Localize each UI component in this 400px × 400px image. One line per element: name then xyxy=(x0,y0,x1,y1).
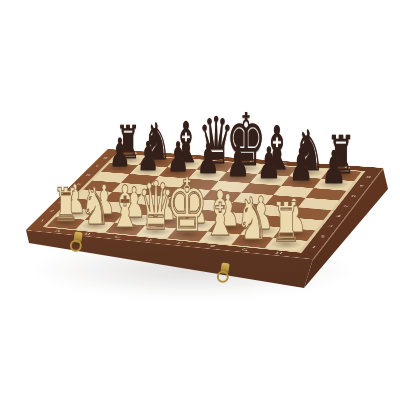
coordinate-label: A xyxy=(131,152,139,155)
chess-set-photo: AA88BB77CC66DD55EE44FF33GG22HH11 ♜♞♝♛♚♟♝… xyxy=(0,0,400,400)
coordinate-label: G xyxy=(241,248,250,251)
coordinate-label: A xyxy=(54,229,62,232)
coordinate-label: 7 xyxy=(358,185,364,188)
coordinate-label: H xyxy=(343,166,351,169)
coordinate-label: 1 xyxy=(311,246,318,249)
square-h1 xyxy=(265,238,307,252)
coordinate-label: E xyxy=(249,160,256,163)
coordinate-label: D xyxy=(218,158,226,161)
coordinate-label: H xyxy=(275,251,284,254)
coordinate-label: D xyxy=(144,238,152,241)
coordinate-label: 5 xyxy=(342,205,349,208)
coordinate-label: C xyxy=(189,156,196,159)
coordinate-label: F xyxy=(209,245,216,248)
coordinate-label: 3 xyxy=(327,225,334,228)
coordinate-label: 6 xyxy=(350,195,357,198)
coordinate-label: 4 xyxy=(335,215,342,218)
coordinate-label: 1 xyxy=(39,219,45,222)
coordinate-label: E xyxy=(176,242,184,245)
coordinate-label: 8 xyxy=(102,157,108,160)
board-squares xyxy=(46,155,361,252)
coordinate-label: 3 xyxy=(58,201,64,204)
coordinate-label: B xyxy=(160,153,167,156)
coordinate-label: 2 xyxy=(319,235,326,238)
coordinate-label: 6 xyxy=(85,174,91,177)
coordinate-label: C xyxy=(114,235,122,238)
coordinate-label: B xyxy=(84,232,92,235)
brass-clasp xyxy=(73,231,82,243)
coordinate-label: 5 xyxy=(76,183,82,186)
coordinate-label: 8 xyxy=(365,176,371,179)
brass-clasp xyxy=(220,262,229,274)
coordinate-label: 7 xyxy=(94,165,100,168)
coordinate-label: F xyxy=(280,162,287,165)
coordinate-label: G xyxy=(311,164,319,167)
coordinate-label: 4 xyxy=(67,192,73,195)
coordinate-label: 2 xyxy=(48,210,54,213)
